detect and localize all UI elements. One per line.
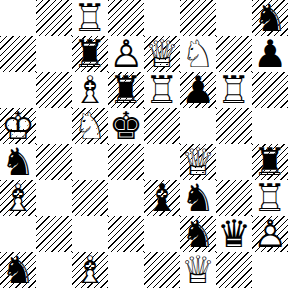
square-c2[interactable]	[72, 216, 108, 252]
black-rook-piece[interactable]: ♜♜	[252, 144, 288, 180]
square-e7[interactable]: ♛♕	[144, 36, 180, 72]
square-h6[interactable]	[252, 72, 288, 108]
piece-glyph-outline: ♖	[144, 72, 180, 108]
black-rook-piece[interactable]: ♜♜	[72, 36, 108, 72]
black-knight-piece[interactable]: ♞♞	[180, 216, 216, 252]
piece-glyph-outline: ♛	[216, 216, 252, 252]
white-pawn-piece[interactable]: ♟♙	[252, 216, 288, 252]
white-pawn-piece[interactable]: ♟♙	[108, 36, 144, 72]
piece-glyph-outline: ♙	[108, 36, 144, 72]
square-e5[interactable]	[144, 108, 180, 144]
square-f6[interactable]: ♟♟	[180, 72, 216, 108]
piece-glyph-outline: ♞	[180, 180, 216, 216]
square-e4[interactable]	[144, 144, 180, 180]
piece-glyph-outline: ♜	[108, 72, 144, 108]
white-rook-piece[interactable]: ♜♖	[216, 72, 252, 108]
black-bishop-piece[interactable]: ♝♝	[144, 180, 180, 216]
piece-glyph-outline: ♗	[72, 252, 108, 288]
white-queen-piece[interactable]: ♛♕	[180, 144, 216, 180]
white-knight-piece[interactable]: ♞♘	[72, 108, 108, 144]
piece-glyph-outline: ♝	[144, 180, 180, 216]
piece-glyph-outline: ♖	[72, 0, 108, 36]
white-bishop-piece[interactable]: ♝♗	[0, 180, 36, 216]
piece-glyph-outline: ♙	[252, 216, 288, 252]
square-f8[interactable]	[180, 0, 216, 36]
white-queen-piece[interactable]: ♛♕	[180, 252, 216, 288]
white-bishop-piece[interactable]: ♝♗	[72, 252, 108, 288]
square-h5[interactable]	[252, 108, 288, 144]
square-h3[interactable]: ♜♖	[252, 180, 288, 216]
square-d2[interactable]	[108, 216, 144, 252]
square-b6[interactable]	[36, 72, 72, 108]
square-c6[interactable]: ♝♗	[72, 72, 108, 108]
square-g8[interactable]	[216, 0, 252, 36]
white-knight-piece[interactable]: ♞♘	[180, 36, 216, 72]
square-d8[interactable]	[108, 0, 144, 36]
square-h7[interactable]: ♟♟	[252, 36, 288, 72]
square-b3[interactable]	[36, 180, 72, 216]
square-f1[interactable]: ♛♕	[180, 252, 216, 288]
square-d4[interactable]	[108, 144, 144, 180]
square-b1[interactable]	[36, 252, 72, 288]
white-king-piece[interactable]: ♚♔	[0, 108, 36, 144]
black-knight-piece[interactable]: ♞♞	[252, 0, 288, 36]
square-a4[interactable]: ♞♞	[0, 144, 36, 180]
square-d6[interactable]: ♜♜	[108, 72, 144, 108]
black-knight-piece[interactable]: ♞♞	[0, 252, 36, 288]
piece-glyph-outline: ♘	[180, 36, 216, 72]
square-f5[interactable]	[180, 108, 216, 144]
square-c4[interactable]	[72, 144, 108, 180]
piece-glyph-outline: ♘	[72, 108, 108, 144]
square-e2[interactable]	[144, 216, 180, 252]
square-a1[interactable]: ♞♞	[0, 252, 36, 288]
white-rook-piece[interactable]: ♜♖	[144, 72, 180, 108]
square-a7[interactable]	[0, 36, 36, 72]
piece-glyph-outline: ♞	[0, 252, 36, 288]
black-rook-piece[interactable]: ♜♜	[108, 72, 144, 108]
piece-glyph-outline: ♕	[144, 36, 180, 72]
square-c8[interactable]: ♜♖	[72, 0, 108, 36]
square-c5[interactable]: ♞♘	[72, 108, 108, 144]
square-c1[interactable]: ♝♗	[72, 252, 108, 288]
piece-glyph-outline: ♔	[0, 108, 36, 144]
square-b8[interactable]	[36, 0, 72, 36]
square-h8[interactable]: ♞♞	[252, 0, 288, 36]
square-h1[interactable]	[252, 252, 288, 288]
piece-glyph-outline: ♜	[72, 36, 108, 72]
piece-glyph-outline: ♞	[252, 0, 288, 36]
square-g4[interactable]	[216, 144, 252, 180]
white-bishop-piece[interactable]: ♝♗	[72, 72, 108, 108]
square-b5[interactable]	[36, 108, 72, 144]
square-e8[interactable]	[144, 0, 180, 36]
square-g7[interactable]	[216, 36, 252, 72]
square-g2[interactable]: ♛♛	[216, 216, 252, 252]
black-knight-piece[interactable]: ♞♞	[180, 180, 216, 216]
black-king-piece[interactable]: ♚♚	[108, 108, 144, 144]
black-pawn-piece[interactable]: ♟♟	[252, 36, 288, 72]
square-e3[interactable]: ♝♝	[144, 180, 180, 216]
piece-glyph-outline: ♗	[72, 72, 108, 108]
square-a5[interactable]: ♚♔	[0, 108, 36, 144]
square-b2[interactable]	[36, 216, 72, 252]
black-queen-piece[interactable]: ♛♛	[216, 216, 252, 252]
piece-glyph-outline: ♕	[180, 144, 216, 180]
square-a8[interactable]	[0, 0, 36, 36]
square-b4[interactable]	[36, 144, 72, 180]
piece-glyph-outline: ♟	[252, 36, 288, 72]
square-g6[interactable]: ♜♖	[216, 72, 252, 108]
square-a6[interactable]	[0, 72, 36, 108]
square-d3[interactable]	[108, 180, 144, 216]
piece-glyph-outline: ♕	[180, 252, 216, 288]
square-f7[interactable]: ♞♘	[180, 36, 216, 72]
square-d5[interactable]: ♚♚	[108, 108, 144, 144]
square-a2[interactable]	[0, 216, 36, 252]
square-c3[interactable]	[72, 180, 108, 216]
piece-glyph-outline: ♖	[216, 72, 252, 108]
piece-glyph-outline: ♟	[180, 72, 216, 108]
piece-glyph-outline: ♗	[0, 180, 36, 216]
square-f3[interactable]: ♞♞	[180, 180, 216, 216]
chess-board: ♜♖♞♞♜♜♟♙♛♕♞♘♟♟♝♗♜♜♜♖♟♟♜♖♚♔♞♘♚♚♞♞♛♕♜♜♝♗♝♝…	[0, 0, 288, 288]
black-pawn-piece[interactable]: ♟♟	[180, 72, 216, 108]
piece-glyph-outline: ♞	[180, 216, 216, 252]
piece-glyph-outline: ♖	[252, 180, 288, 216]
square-b7[interactable]	[36, 36, 72, 72]
square-f2[interactable]: ♞♞	[180, 216, 216, 252]
square-f4[interactable]: ♛♕	[180, 144, 216, 180]
square-d7[interactable]: ♟♙	[108, 36, 144, 72]
white-rook-piece[interactable]: ♜♖	[72, 0, 108, 36]
piece-glyph-outline: ♚	[108, 108, 144, 144]
black-knight-piece[interactable]: ♞♞	[0, 144, 36, 180]
square-h4[interactable]: ♜♜	[252, 144, 288, 180]
square-a3[interactable]: ♝♗	[0, 180, 36, 216]
square-c7[interactable]: ♜♜	[72, 36, 108, 72]
square-d1[interactable]	[108, 252, 144, 288]
square-h2[interactable]: ♟♙	[252, 216, 288, 252]
piece-glyph-outline: ♜	[252, 144, 288, 180]
square-g1[interactable]	[216, 252, 252, 288]
square-e1[interactable]	[144, 252, 180, 288]
white-queen-piece[interactable]: ♛♕	[144, 36, 180, 72]
white-rook-piece[interactable]: ♜♖	[252, 180, 288, 216]
piece-glyph-outline: ♞	[0, 144, 36, 180]
square-g3[interactable]	[216, 180, 252, 216]
square-g5[interactable]	[216, 108, 252, 144]
square-e6[interactable]: ♜♖	[144, 72, 180, 108]
